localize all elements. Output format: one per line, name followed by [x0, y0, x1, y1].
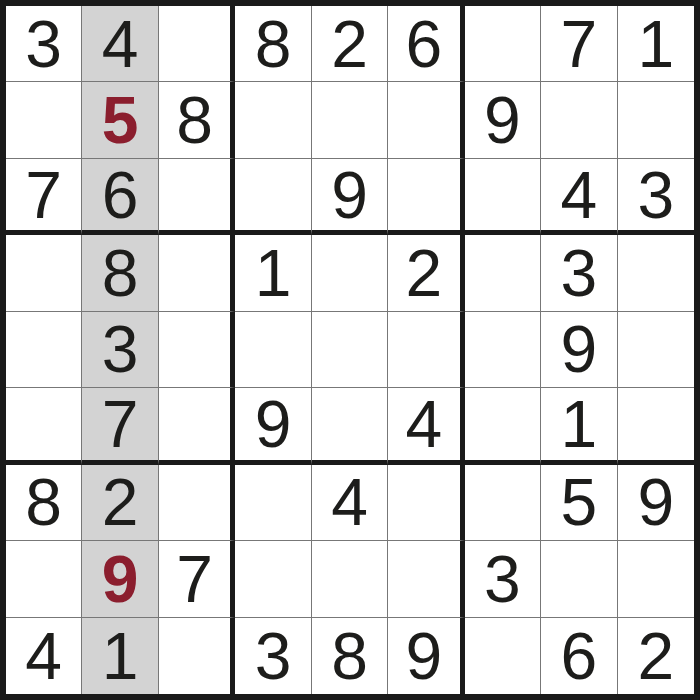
sudoku-cell-r1c1[interactable]: 3 [6, 6, 82, 82]
given-digit: 9 [255, 391, 292, 457]
given-digit: 9 [484, 87, 521, 153]
sudoku-cell-r4c5[interactable] [312, 235, 388, 311]
given-digit: 9 [560, 316, 597, 382]
entry-digit: 5 [102, 87, 139, 153]
sudoku-cell-r3c5[interactable]: 9 [312, 159, 388, 235]
given-digit: 7 [102, 391, 139, 457]
sudoku-cell-r5c6[interactable] [388, 312, 464, 388]
given-digit: 4 [406, 391, 443, 457]
sudoku-cell-r7c6[interactable] [388, 465, 464, 541]
sudoku-cell-r8c5[interactable] [312, 541, 388, 617]
sudoku-cell-r1c5[interactable]: 2 [312, 6, 388, 82]
sudoku-cell-r4c9[interactable] [618, 235, 694, 311]
sudoku-cell-r6c2[interactable]: 7 [82, 388, 158, 464]
sudoku-cell-r4c1[interactable] [6, 235, 82, 311]
sudoku-cell-r6c4[interactable]: 9 [235, 388, 311, 464]
sudoku-cell-r3c8[interactable]: 4 [541, 159, 617, 235]
sudoku-cell-r9c8[interactable]: 6 [541, 618, 617, 694]
given-digit: 3 [484, 546, 521, 612]
given-digit: 1 [102, 623, 139, 689]
sudoku-cell-r2c1[interactable] [6, 82, 82, 158]
sudoku-cell-r7c7[interactable] [465, 465, 541, 541]
given-digit: 3 [255, 623, 292, 689]
sudoku-cell-r3c1[interactable]: 7 [6, 159, 82, 235]
given-digit: 2 [406, 240, 443, 306]
sudoku-cell-r4c7[interactable] [465, 235, 541, 311]
given-digit: 8 [102, 240, 139, 306]
sudoku-cell-r8c6[interactable] [388, 541, 464, 617]
sudoku-cell-r6c9[interactable] [618, 388, 694, 464]
given-digit: 9 [406, 623, 443, 689]
given-digit: 2 [331, 11, 368, 77]
sudoku-cell-r4c8[interactable]: 3 [541, 235, 617, 311]
sudoku-cell-r9c4[interactable]: 3 [235, 618, 311, 694]
sudoku-cell-r9c2[interactable]: 1 [82, 618, 158, 694]
given-digit: 1 [637, 11, 674, 77]
sudoku-cell-r5c8[interactable]: 9 [541, 312, 617, 388]
sudoku-cell-r5c3[interactable] [159, 312, 235, 388]
sudoku-cell-r6c6[interactable]: 4 [388, 388, 464, 464]
given-digit: 7 [25, 162, 62, 228]
given-digit: 3 [637, 162, 674, 228]
given-digit: 2 [637, 623, 674, 689]
sudoku-cell-r7c2[interactable]: 2 [82, 465, 158, 541]
given-digit: 7 [176, 546, 213, 612]
sudoku-cell-r9c9[interactable]: 2 [618, 618, 694, 694]
given-digit: 8 [331, 623, 368, 689]
entry-digit: 9 [102, 546, 139, 612]
given-digit: 6 [406, 11, 443, 77]
sudoku-cell-r4c6[interactable]: 2 [388, 235, 464, 311]
sudoku-cell-r9c5[interactable]: 8 [312, 618, 388, 694]
given-digit: 4 [331, 469, 368, 535]
given-digit: 3 [560, 240, 597, 306]
sudoku-cell-r3c4[interactable] [235, 159, 311, 235]
sudoku-cell-r6c5[interactable] [312, 388, 388, 464]
given-digit: 6 [560, 623, 597, 689]
given-digit: 8 [176, 87, 213, 153]
given-digit: 8 [255, 11, 292, 77]
sudoku-cell-r1c9[interactable]: 1 [618, 6, 694, 82]
sudoku-board: 3482671589769438123397941824599734138962 [0, 0, 700, 700]
sudoku-cell-r7c5[interactable]: 4 [312, 465, 388, 541]
sudoku-cell-r7c4[interactable] [235, 465, 311, 541]
sudoku-cell-r5c4[interactable] [235, 312, 311, 388]
sudoku-cell-r3c3[interactable] [159, 159, 235, 235]
sudoku-cell-r5c1[interactable] [6, 312, 82, 388]
sudoku-cell-r9c6[interactable]: 9 [388, 618, 464, 694]
given-digit: 4 [102, 11, 139, 77]
sudoku-cell-r8c9[interactable] [618, 541, 694, 617]
sudoku-cell-r1c4[interactable]: 8 [235, 6, 311, 82]
sudoku-cell-r2c3[interactable]: 8 [159, 82, 235, 158]
given-digit: 4 [560, 162, 597, 228]
sudoku-cell-r1c3[interactable] [159, 6, 235, 82]
sudoku-cell-r8c2[interactable]: 9 [82, 541, 158, 617]
sudoku-cell-r5c5[interactable] [312, 312, 388, 388]
sudoku-cell-r4c2[interactable]: 8 [82, 235, 158, 311]
given-digit: 3 [25, 11, 62, 77]
sudoku-cell-r2c2[interactable]: 5 [82, 82, 158, 158]
given-digit: 3 [102, 316, 139, 382]
given-digit: 2 [102, 469, 139, 535]
given-digit: 5 [560, 469, 597, 535]
sudoku-cell-r1c2[interactable]: 4 [82, 6, 158, 82]
sudoku-cell-r5c7[interactable] [465, 312, 541, 388]
given-digit: 9 [637, 469, 674, 535]
sudoku-cell-r8c8[interactable] [541, 541, 617, 617]
sudoku-cell-r2c8[interactable] [541, 82, 617, 158]
sudoku-cell-r1c8[interactable]: 7 [541, 6, 617, 82]
sudoku-cell-r3c6[interactable] [388, 159, 464, 235]
given-digit: 1 [255, 240, 292, 306]
given-digit: 4 [25, 623, 62, 689]
sudoku-cell-r3c2[interactable]: 6 [82, 159, 158, 235]
sudoku-cell-r6c3[interactable] [159, 388, 235, 464]
sudoku-cell-r2c4[interactable] [235, 82, 311, 158]
given-digit: 6 [102, 162, 139, 228]
given-digit: 8 [25, 469, 62, 535]
sudoku-cell-r5c2[interactable]: 3 [82, 312, 158, 388]
sudoku-cell-r7c1[interactable]: 8 [6, 465, 82, 541]
sudoku-cell-r5c9[interactable] [618, 312, 694, 388]
sudoku-cell-r9c7[interactable] [465, 618, 541, 694]
sudoku-cell-r9c3[interactable] [159, 618, 235, 694]
sudoku-cell-r6c8[interactable]: 1 [541, 388, 617, 464]
sudoku-cell-r6c1[interactable] [6, 388, 82, 464]
sudoku-cell-r7c8[interactable]: 5 [541, 465, 617, 541]
sudoku-cell-r8c3[interactable]: 7 [159, 541, 235, 617]
sudoku-cell-r2c7[interactable]: 9 [465, 82, 541, 158]
sudoku-cell-r2c6[interactable] [388, 82, 464, 158]
sudoku-cell-r8c1[interactable] [6, 541, 82, 617]
sudoku-cell-r1c6[interactable]: 6 [388, 6, 464, 82]
sudoku-cell-r7c3[interactable] [159, 465, 235, 541]
given-digit: 1 [560, 391, 597, 457]
sudoku-cell-r4c3[interactable] [159, 235, 235, 311]
sudoku-cell-r7c9[interactable]: 9 [618, 465, 694, 541]
sudoku-cell-r1c7[interactable] [465, 6, 541, 82]
sudoku-cell-r3c9[interactable]: 3 [618, 159, 694, 235]
sudoku-cell-r2c9[interactable] [618, 82, 694, 158]
sudoku-cell-r3c7[interactable] [465, 159, 541, 235]
sudoku-cell-r8c4[interactable] [235, 541, 311, 617]
sudoku-cell-r9c1[interactable]: 4 [6, 618, 82, 694]
sudoku-cell-r4c4[interactable]: 1 [235, 235, 311, 311]
sudoku-cell-r2c5[interactable] [312, 82, 388, 158]
sudoku-cell-r8c7[interactable]: 3 [465, 541, 541, 617]
given-digit: 9 [331, 162, 368, 228]
given-digit: 7 [560, 11, 597, 77]
sudoku-cell-r6c7[interactable] [465, 388, 541, 464]
